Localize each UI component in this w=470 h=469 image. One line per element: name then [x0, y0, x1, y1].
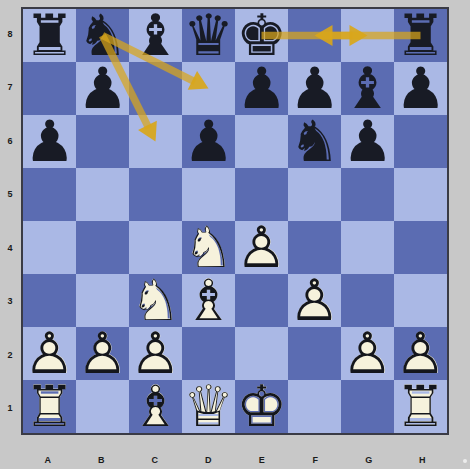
rank-label-5: 5 [0, 168, 20, 222]
piece-white-pawn-body: ♟ [341, 327, 394, 380]
piece-white-bishop[interactable]: ♗ [129, 380, 182, 433]
rank-label-4: 4 [0, 221, 20, 275]
square-a7[interactable] [23, 62, 76, 115]
square-e3[interactable] [235, 274, 288, 327]
square-e4[interactable]: ♟♙ [235, 221, 288, 274]
piece-black-bishop[interactable]: ♝ [129, 9, 182, 62]
piece-white-king-body: ♚ [235, 380, 288, 433]
piece-white-rook[interactable]: ♖ [394, 380, 447, 433]
square-b6[interactable] [76, 115, 129, 168]
chess-board: ♜♞♝♛♚♜♟♟♟♝♟♟♟♞♟♞♘♟♙♞♘♝♗♟♙♟♙♟♙♟♙♟♙♟♙♜♖♝♗♛… [23, 9, 447, 433]
piece-white-pawn[interactable]: ♙ [341, 327, 394, 380]
square-c4[interactable] [129, 221, 182, 274]
square-b2[interactable]: ♟♙ [76, 327, 129, 380]
square-a1[interactable]: ♜♖ [23, 380, 76, 433]
file-label-f: F [289, 452, 343, 468]
piece-black-pawn[interactable]: ♟ [76, 62, 129, 115]
square-h1[interactable]: ♜♖ [394, 380, 447, 433]
square-b8[interactable]: ♞ [76, 9, 129, 62]
square-d2[interactable] [182, 327, 235, 380]
square-d8[interactable]: ♛ [182, 9, 235, 62]
piece-white-pawn-body: ♟ [23, 327, 76, 380]
square-d5[interactable] [182, 168, 235, 221]
file-label-c: C [128, 452, 182, 468]
piece-white-bishop-body: ♝ [129, 380, 182, 433]
square-e1[interactable]: ♚♔ [235, 380, 288, 433]
resize-grip-dot [463, 459, 467, 463]
piece-black-pawn[interactable]: ♟ [23, 115, 76, 168]
square-g3[interactable] [341, 274, 394, 327]
square-a2[interactable]: ♟♙ [23, 327, 76, 380]
square-a6[interactable]: ♟ [23, 115, 76, 168]
square-a5[interactable] [23, 168, 76, 221]
piece-black-king[interactable]: ♚ [235, 9, 288, 62]
piece-black-pawn[interactable]: ♟ [182, 115, 235, 168]
piece-black-knight[interactable]: ♞ [76, 9, 129, 62]
square-c7[interactable] [129, 62, 182, 115]
square-b4[interactable] [76, 221, 129, 274]
piece-black-knight[interactable]: ♞ [288, 115, 341, 168]
square-e5[interactable] [235, 168, 288, 221]
file-label-d: D [182, 452, 236, 468]
rank-label-7: 7 [0, 61, 20, 115]
piece-white-pawn-body: ♟ [235, 221, 288, 274]
file-label-b: B [75, 452, 129, 468]
piece-black-bishop[interactable]: ♝ [341, 62, 394, 115]
piece-black-rook[interactable]: ♜ [394, 9, 447, 62]
square-h5[interactable] [394, 168, 447, 221]
piece-white-pawn[interactable]: ♙ [288, 274, 341, 327]
square-c6[interactable] [129, 115, 182, 168]
piece-white-knight[interactable]: ♘ [129, 274, 182, 327]
square-g4[interactable] [341, 221, 394, 274]
piece-white-knight-body: ♞ [182, 221, 235, 274]
square-b7[interactable]: ♟ [76, 62, 129, 115]
rank-labels: 8 7 6 5 4 3 2 1 [0, 7, 20, 435]
square-d4[interactable]: ♞♘ [182, 221, 235, 274]
square-d6[interactable]: ♟ [182, 115, 235, 168]
piece-black-pawn[interactable]: ♟ [341, 115, 394, 168]
square-c1[interactable]: ♝♗ [129, 380, 182, 433]
square-d7[interactable] [182, 62, 235, 115]
file-label-e: E [235, 452, 289, 468]
square-f4[interactable] [288, 221, 341, 274]
square-f7[interactable]: ♟ [288, 62, 341, 115]
square-e7[interactable]: ♟ [235, 62, 288, 115]
square-g1[interactable] [341, 380, 394, 433]
square-g6[interactable]: ♟ [341, 115, 394, 168]
square-g7[interactable]: ♝ [341, 62, 394, 115]
piece-white-knight[interactable]: ♘ [182, 221, 235, 274]
chess-app-window: 8 7 6 5 4 3 2 1 ♜♞♝♛♚♜♟♟♟♝♟♟♟♞♟♞♘♟♙♞♘♝♗♟… [0, 0, 470, 469]
piece-white-king[interactable]: ♔ [235, 380, 288, 433]
square-h4[interactable] [394, 221, 447, 274]
square-c3[interactable]: ♞♘ [129, 274, 182, 327]
piece-white-pawn[interactable]: ♙ [23, 327, 76, 380]
piece-white-queen[interactable]: ♕ [182, 380, 235, 433]
square-h8[interactable]: ♜ [394, 9, 447, 62]
square-d3[interactable]: ♝♗ [182, 274, 235, 327]
square-f2[interactable] [288, 327, 341, 380]
square-a3[interactable] [23, 274, 76, 327]
square-h7[interactable]: ♟ [394, 62, 447, 115]
rank-label-6: 6 [0, 114, 20, 168]
square-d1[interactable]: ♛♕ [182, 380, 235, 433]
file-label-h: H [396, 452, 450, 468]
square-c8[interactable]: ♝ [129, 9, 182, 62]
piece-white-pawn[interactable]: ♙ [235, 221, 288, 274]
square-a4[interactable] [23, 221, 76, 274]
piece-white-knight-body: ♞ [129, 274, 182, 327]
piece-white-bishop-body: ♝ [182, 274, 235, 327]
square-h6[interactable] [394, 115, 447, 168]
rank-label-3: 3 [0, 275, 20, 329]
square-h2[interactable]: ♟♙ [394, 327, 447, 380]
piece-white-bishop[interactable]: ♗ [182, 274, 235, 327]
file-label-g: G [342, 452, 396, 468]
file-labels: A B C D E F G H [21, 452, 449, 468]
piece-white-pawn-body: ♟ [129, 327, 182, 380]
piece-white-pawn-body: ♟ [76, 327, 129, 380]
piece-white-pawn-body: ♟ [288, 274, 341, 327]
square-b5[interactable] [76, 168, 129, 221]
piece-white-queen-body: ♛ [182, 380, 235, 433]
square-f1[interactable] [288, 380, 341, 433]
square-b1[interactable] [76, 380, 129, 433]
rank-label-8: 8 [0, 7, 20, 61]
square-h3[interactable] [394, 274, 447, 327]
piece-white-pawn[interactable]: ♙ [129, 327, 182, 380]
square-b3[interactable] [76, 274, 129, 327]
square-e8[interactable]: ♚ [235, 9, 288, 62]
square-e6[interactable] [235, 115, 288, 168]
square-g8[interactable] [341, 9, 394, 62]
piece-white-rook-body: ♜ [23, 380, 76, 433]
square-c5[interactable] [129, 168, 182, 221]
chess-board-frame: ♜♞♝♛♚♜♟♟♟♝♟♟♟♞♟♞♘♟♙♞♘♝♗♟♙♟♙♟♙♟♙♟♙♟♙♜♖♝♗♛… [21, 7, 449, 435]
square-g5[interactable] [341, 168, 394, 221]
piece-black-pawn[interactable]: ♟ [288, 62, 341, 115]
square-a8[interactable]: ♜ [23, 9, 76, 62]
piece-black-pawn[interactable]: ♟ [394, 62, 447, 115]
piece-white-rook-body: ♜ [394, 380, 447, 433]
square-f6[interactable]: ♞ [288, 115, 341, 168]
file-label-a: A [21, 452, 75, 468]
square-c2[interactable]: ♟♙ [129, 327, 182, 380]
piece-white-pawn-body: ♟ [394, 327, 447, 380]
piece-black-queen[interactable]: ♛ [182, 9, 235, 62]
piece-white-rook[interactable]: ♖ [23, 380, 76, 433]
square-e2[interactable] [235, 327, 288, 380]
square-g2[interactable]: ♟♙ [341, 327, 394, 380]
piece-white-pawn[interactable]: ♙ [76, 327, 129, 380]
rank-label-2: 2 [0, 328, 20, 382]
rank-label-1: 1 [0, 382, 20, 436]
square-f8[interactable] [288, 9, 341, 62]
square-f5[interactable] [288, 168, 341, 221]
piece-black-pawn[interactable]: ♟ [235, 62, 288, 115]
piece-black-rook[interactable]: ♜ [23, 9, 76, 62]
square-f3[interactable]: ♟♙ [288, 274, 341, 327]
piece-white-pawn[interactable]: ♙ [394, 327, 447, 380]
